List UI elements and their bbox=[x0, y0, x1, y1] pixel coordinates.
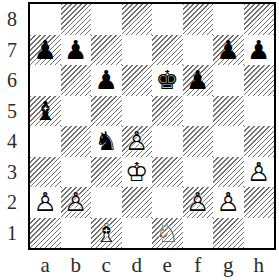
square-b3[interactable] bbox=[61, 157, 92, 188]
square-a1[interactable] bbox=[30, 218, 61, 249]
file-label-f: f bbox=[183, 251, 214, 279]
square-g2[interactable]: ♙ bbox=[213, 187, 244, 218]
file-label-d: d bbox=[122, 251, 153, 279]
square-c7[interactable] bbox=[91, 35, 122, 66]
black-knight: ♞ bbox=[95, 128, 118, 154]
square-h4[interactable] bbox=[244, 126, 275, 157]
white-king: ♔ bbox=[125, 159, 148, 185]
white-bishop: ♗ bbox=[95, 220, 118, 246]
chess-board: ♟♟♟♟♟♚♟♝♞♙♔♙♙♙♙♙♗♘ bbox=[28, 2, 276, 250]
square-a6[interactable] bbox=[30, 65, 61, 96]
square-a4[interactable] bbox=[30, 126, 61, 157]
square-d7[interactable] bbox=[122, 35, 153, 66]
square-g8[interactable] bbox=[213, 4, 244, 35]
square-b1[interactable] bbox=[61, 218, 92, 249]
square-f8[interactable] bbox=[183, 4, 214, 35]
square-a2[interactable]: ♙ bbox=[30, 187, 61, 218]
square-h2[interactable] bbox=[244, 187, 275, 218]
square-f2[interactable]: ♙ bbox=[183, 187, 214, 218]
rank-label-2: 2 bbox=[0, 187, 24, 218]
square-g4[interactable] bbox=[213, 126, 244, 157]
file-label-e: e bbox=[152, 251, 183, 279]
black-pawn: ♟ bbox=[247, 37, 270, 63]
black-bishop: ♝ bbox=[34, 98, 57, 124]
black-pawn: ♟ bbox=[95, 67, 118, 93]
file-label-g: g bbox=[213, 251, 244, 279]
black-pawn: ♟ bbox=[64, 37, 87, 63]
square-e5[interactable] bbox=[152, 96, 183, 127]
square-g3[interactable] bbox=[213, 157, 244, 188]
square-c8[interactable] bbox=[91, 4, 122, 35]
square-d2[interactable] bbox=[122, 187, 153, 218]
square-h8[interactable] bbox=[244, 4, 275, 35]
white-pawn: ♙ bbox=[125, 128, 148, 154]
square-g7[interactable]: ♟ bbox=[213, 35, 244, 66]
square-h1[interactable] bbox=[244, 218, 275, 249]
square-f3[interactable] bbox=[183, 157, 214, 188]
square-h5[interactable] bbox=[244, 96, 275, 127]
rank-label-3: 3 bbox=[0, 157, 24, 188]
black-pawn: ♟ bbox=[34, 37, 57, 63]
white-pawn: ♙ bbox=[64, 189, 87, 215]
square-e8[interactable] bbox=[152, 4, 183, 35]
square-e6[interactable]: ♚ bbox=[152, 65, 183, 96]
square-f6[interactable]: ♟ bbox=[183, 65, 214, 96]
square-e3[interactable] bbox=[152, 157, 183, 188]
square-c6[interactable]: ♟ bbox=[91, 65, 122, 96]
square-b4[interactable] bbox=[61, 126, 92, 157]
square-b2[interactable]: ♙ bbox=[61, 187, 92, 218]
square-g6[interactable] bbox=[213, 65, 244, 96]
chess-diagram: 87654321 ♟♟♟♟♟♚♟♝♞♙♔♙♙♙♙♙♗♘ abcdefgh bbox=[0, 0, 279, 280]
white-pawn: ♙ bbox=[34, 189, 57, 215]
rank-label-8: 8 bbox=[0, 4, 24, 35]
square-g1[interactable] bbox=[213, 218, 244, 249]
file-label-h: h bbox=[244, 251, 275, 279]
square-b8[interactable] bbox=[61, 4, 92, 35]
square-c3[interactable] bbox=[91, 157, 122, 188]
square-h3[interactable]: ♙ bbox=[244, 157, 275, 188]
square-h7[interactable]: ♟ bbox=[244, 35, 275, 66]
black-pawn: ♟ bbox=[217, 37, 240, 63]
black-king: ♚ bbox=[156, 67, 179, 93]
rank-label-5: 5 bbox=[0, 96, 24, 127]
file-label-c: c bbox=[91, 251, 122, 279]
square-a3[interactable] bbox=[30, 157, 61, 188]
square-b7[interactable]: ♟ bbox=[61, 35, 92, 66]
white-knight: ♘ bbox=[156, 220, 179, 246]
square-c2[interactable] bbox=[91, 187, 122, 218]
rank-label-4: 4 bbox=[0, 126, 24, 157]
square-b5[interactable] bbox=[61, 96, 92, 127]
rank-label-7: 7 bbox=[0, 35, 24, 66]
square-c1[interactable]: ♗ bbox=[91, 218, 122, 249]
white-pawn: ♙ bbox=[247, 159, 270, 185]
square-c5[interactable] bbox=[91, 96, 122, 127]
square-e4[interactable] bbox=[152, 126, 183, 157]
square-d4[interactable]: ♙ bbox=[122, 126, 153, 157]
square-f4[interactable] bbox=[183, 126, 214, 157]
square-h6[interactable] bbox=[244, 65, 275, 96]
square-e1[interactable]: ♘ bbox=[152, 218, 183, 249]
square-a5[interactable]: ♝ bbox=[30, 96, 61, 127]
square-f1[interactable] bbox=[183, 218, 214, 249]
square-f7[interactable] bbox=[183, 35, 214, 66]
square-a7[interactable]: ♟ bbox=[30, 35, 61, 66]
square-e7[interactable] bbox=[152, 35, 183, 66]
square-a8[interactable] bbox=[30, 4, 61, 35]
white-pawn: ♙ bbox=[186, 189, 209, 215]
square-d3[interactable]: ♔ bbox=[122, 157, 153, 188]
square-d8[interactable] bbox=[122, 4, 153, 35]
square-d1[interactable] bbox=[122, 218, 153, 249]
square-d6[interactable] bbox=[122, 65, 153, 96]
square-c4[interactable]: ♞ bbox=[91, 126, 122, 157]
square-f5[interactable] bbox=[183, 96, 214, 127]
black-pawn: ♟ bbox=[186, 67, 209, 93]
white-pawn: ♙ bbox=[217, 189, 240, 215]
square-b6[interactable] bbox=[61, 65, 92, 96]
rank-label-6: 6 bbox=[0, 65, 24, 96]
square-g5[interactable] bbox=[213, 96, 244, 127]
rank-label-1: 1 bbox=[0, 218, 24, 249]
file-label-b: b bbox=[61, 251, 92, 279]
square-d5[interactable] bbox=[122, 96, 153, 127]
file-label-a: a bbox=[30, 251, 61, 279]
square-e2[interactable] bbox=[152, 187, 183, 218]
